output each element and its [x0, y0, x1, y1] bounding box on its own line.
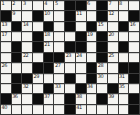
letter-cell[interactable]: 18 [44, 32, 54, 41]
letter-cell[interactable] [87, 53, 97, 62]
letter-cell[interactable] [22, 42, 32, 51]
blocked-cell [12, 84, 22, 93]
blocked-cell [33, 94, 43, 103]
letter-cell[interactable] [108, 105, 118, 114]
letter-cell[interactable] [1, 74, 11, 83]
clue-number: 31 [119, 74, 124, 79]
clue-number: 20 [108, 32, 113, 37]
clue-number: 2 [12, 1, 15, 6]
letter-cell[interactable] [108, 63, 118, 72]
clue-number: 27 [55, 63, 60, 68]
blocked-cell [76, 32, 86, 41]
clue-number: 11 [76, 11, 81, 16]
letter-cell[interactable] [87, 11, 97, 20]
clue-number: 40 [2, 105, 7, 110]
letter-cell[interactable]: 17 [1, 32, 11, 41]
blocked-cell [76, 42, 86, 51]
letter-cell[interactable]: 14 [22, 22, 32, 31]
letter-cell[interactable]: 39 [108, 94, 118, 103]
crossword-board: 1234567891011121314151617181920212223242… [0, 0, 140, 115]
clue-number: 18 [44, 32, 49, 37]
letter-cell[interactable]: 38 [76, 94, 86, 103]
blocked-cell [12, 53, 22, 62]
clue-number: 36 [12, 94, 17, 99]
blocked-cell [44, 63, 54, 72]
letter-cell[interactable] [87, 94, 97, 103]
letter-cell[interactable] [33, 1, 43, 10]
letter-cell[interactable] [97, 105, 107, 114]
letter-cell[interactable]: 12 [108, 11, 118, 20]
clue-number: 10 [44, 11, 49, 16]
clue-number: 28 [98, 63, 103, 68]
clue-number: 21 [44, 42, 49, 47]
letter-cell[interactable] [1, 84, 11, 93]
clue-number: 39 [108, 94, 113, 99]
letter-cell[interactable] [54, 22, 64, 31]
clue-number: 34 [87, 84, 92, 89]
letter-cell[interactable]: 27 [54, 63, 64, 72]
letter-cell[interactable] [54, 32, 64, 41]
letter-cell[interactable] [44, 74, 54, 83]
letter-cell[interactable] [65, 32, 75, 41]
clue-number: 23 [66, 53, 71, 58]
letter-cell[interactable]: 9 [12, 11, 22, 20]
letter-cell[interactable] [12, 63, 22, 72]
blocked-cell [1, 11, 11, 20]
blocked-cell [76, 1, 86, 10]
letter-cell[interactable]: 28 [97, 63, 107, 72]
blocked-cell [33, 42, 43, 51]
clue-number: 35 [119, 84, 124, 89]
blocked-cell [97, 32, 107, 41]
letter-cell[interactable] [108, 22, 118, 31]
letter-cell[interactable] [22, 32, 32, 41]
letter-cell[interactable] [54, 42, 64, 51]
clue-number: 15 [98, 22, 103, 27]
letter-cell[interactable]: 3 [22, 1, 32, 10]
letter-cell[interactable]: 31 [119, 74, 129, 83]
letter-cell[interactable] [22, 105, 32, 114]
letter-cell[interactable]: 1 [1, 1, 11, 10]
letter-cell[interactable]: 37 [44, 94, 54, 103]
letter-cell[interactable] [129, 84, 139, 93]
letter-cell[interactable]: 4 [44, 1, 54, 10]
letter-cell[interactable]: 13 [1, 22, 11, 31]
blocked-cell [65, 74, 75, 83]
blocked-cell [65, 105, 75, 114]
letter-cell[interactable] [76, 63, 86, 72]
letter-cell[interactable] [44, 105, 54, 114]
clue-number: 7 [108, 1, 111, 6]
clue-number: 37 [44, 94, 49, 99]
letter-cell[interactable]: 35 [119, 84, 129, 93]
letter-cell[interactable]: 20 [108, 32, 118, 41]
blocked-cell [12, 74, 22, 83]
blocked-cell [119, 22, 129, 31]
letter-cell[interactable]: 26 [1, 63, 11, 72]
letter-cell[interactable]: 40 [1, 105, 11, 114]
clue-number: 12 [108, 11, 113, 16]
letter-cell[interactable] [119, 32, 129, 41]
blocked-cell [22, 74, 32, 83]
blocked-cell [119, 63, 129, 72]
letter-cell[interactable] [54, 11, 64, 20]
blocked-cell [44, 22, 54, 31]
clue-number: 24 [76, 53, 81, 58]
letter-cell[interactable] [33, 22, 43, 31]
letter-cell[interactable] [108, 42, 118, 51]
letter-cell[interactable]: 7 [108, 1, 118, 10]
letter-cell[interactable] [76, 22, 86, 31]
blocked-cell [129, 94, 139, 103]
letter-cell[interactable] [54, 105, 64, 114]
clue-number: 13 [2, 22, 7, 27]
letter-cell[interactable]: 22 [22, 53, 32, 62]
blocked-cell [87, 63, 97, 72]
clue-number: 30 [98, 74, 103, 79]
blocked-cell [119, 42, 129, 51]
letter-cell[interactable] [22, 94, 32, 103]
blocked-cell [54, 53, 64, 62]
blocked-cell [33, 63, 43, 72]
letter-cell[interactable]: 41 [76, 105, 86, 114]
letter-cell[interactable]: 2 [12, 1, 22, 10]
clue-number: 4 [44, 1, 47, 6]
letter-cell[interactable]: 36 [12, 94, 22, 103]
blocked-cell [12, 22, 22, 31]
letter-cell[interactable]: 21 [44, 42, 54, 51]
blocked-cell [87, 74, 97, 83]
clue-number: 17 [2, 32, 7, 37]
clue-number: 25 [108, 53, 113, 58]
blocked-cell [87, 22, 97, 31]
clue-number: 38 [76, 94, 81, 99]
blocked-cell [65, 11, 75, 20]
blocked-cell [1, 94, 11, 103]
letter-cell[interactable] [12, 32, 22, 41]
blocked-cell [33, 11, 43, 20]
letter-cell[interactable]: 34 [87, 84, 97, 93]
letter-cell[interactable] [33, 53, 43, 62]
blocked-cell [129, 11, 139, 20]
letter-cell[interactable]: 23 [65, 53, 75, 62]
clue-number: 3 [23, 1, 26, 6]
letter-cell[interactable] [129, 53, 139, 62]
blocked-cell [65, 94, 75, 103]
letter-cell[interactable]: 10 [44, 11, 54, 20]
blocked-cell [65, 1, 75, 10]
clue-number: 5 [55, 1, 58, 6]
blocked-cell [97, 94, 107, 103]
letter-cell[interactable] [65, 84, 75, 93]
letter-cell[interactable] [33, 84, 43, 93]
blocked-cell [97, 42, 107, 51]
blocked-cell [76, 84, 86, 93]
blocked-cell [12, 42, 22, 51]
clue-number: 9 [12, 11, 15, 16]
letter-cell[interactable] [97, 84, 107, 93]
letter-cell[interactable] [12, 105, 22, 114]
clue-number: 16 [130, 22, 135, 27]
letter-cell[interactable] [54, 94, 64, 103]
clue-number: 8 [119, 1, 122, 6]
letter-cell[interactable]: 30 [97, 74, 107, 83]
letter-cell[interactable]: 29 [33, 74, 43, 83]
letter-cell[interactable] [119, 11, 129, 20]
blocked-cell [65, 42, 75, 51]
letter-cell[interactable] [33, 105, 43, 114]
clue-number: 14 [23, 22, 28, 27]
blocked-cell [129, 105, 139, 114]
letter-cell[interactable] [54, 74, 64, 83]
clue-number: 32 [23, 84, 28, 89]
clue-number: 19 [87, 32, 92, 37]
letter-cell[interactable] [119, 94, 129, 103]
clue-number: 22 [23, 53, 28, 58]
letter-cell[interactable] [87, 42, 97, 51]
blocked-cell [44, 53, 54, 62]
blocked-cell [129, 74, 139, 83]
crossword-page: 1234567891011121314151617181920212223242… [0, 0, 140, 115]
letter-cell[interactable]: 15 [97, 22, 107, 31]
letter-cell[interactable] [22, 11, 32, 20]
blocked-cell [97, 53, 107, 62]
letter-cell[interactable]: 6 [87, 1, 97, 10]
clue-number: 6 [87, 1, 90, 6]
clue-number: 29 [34, 74, 39, 79]
letter-cell[interactable] [108, 74, 118, 83]
letter-cell[interactable]: 19 [87, 32, 97, 41]
clue-number: 26 [2, 63, 7, 68]
letter-cell[interactable] [119, 105, 129, 114]
letter-cell[interactable]: 24 [76, 53, 86, 62]
letter-cell[interactable] [76, 74, 86, 83]
letter-cell[interactable] [65, 63, 75, 72]
letter-cell[interactable]: 16 [129, 22, 139, 31]
blocked-cell [97, 11, 107, 20]
letter-cell[interactable]: 11 [76, 11, 86, 20]
letter-cell[interactable]: 8 [119, 1, 129, 10]
letter-cell[interactable]: 33 [54, 84, 64, 93]
clue-number: 1 [2, 1, 5, 6]
clue-number: 33 [55, 84, 60, 89]
blocked-cell [108, 84, 118, 93]
letter-cell[interactable]: 32 [22, 84, 32, 93]
letter-cell[interactable] [22, 63, 32, 72]
letter-cell[interactable] [129, 42, 139, 51]
blocked-cell [97, 1, 107, 10]
blocked-cell [65, 22, 75, 31]
letter-cell[interactable]: 5 [54, 1, 64, 10]
letter-cell[interactable] [119, 53, 129, 62]
letter-cell[interactable] [129, 1, 139, 10]
blocked-cell [129, 63, 139, 72]
blocked-cell [33, 32, 43, 41]
letter-cell[interactable] [129, 32, 139, 41]
letter-cell[interactable]: 25 [108, 53, 118, 62]
letter-cell[interactable] [87, 105, 97, 114]
blocked-cell [44, 84, 54, 93]
letter-cell[interactable] [1, 53, 11, 62]
letter-cell[interactable] [1, 42, 11, 51]
clue-number: 41 [76, 105, 81, 110]
